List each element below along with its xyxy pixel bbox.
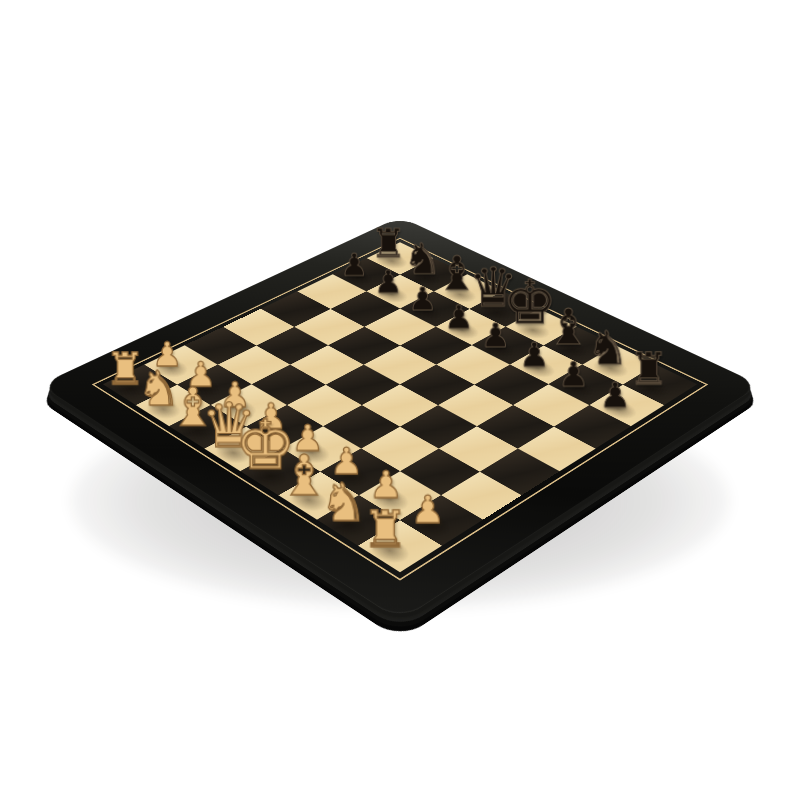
white-knight-g1[interactable]: ♞ bbox=[320, 476, 367, 529]
black-pawn-d7[interactable]: ♟ bbox=[444, 300, 473, 333]
black-pawn-g7[interactable]: ♟ bbox=[559, 357, 590, 391]
black-pawn-f7[interactable]: ♟ bbox=[519, 338, 549, 372]
black-pawn-h7[interactable]: ♟ bbox=[600, 377, 631, 412]
black-rook-a8[interactable]: ♜ bbox=[371, 224, 406, 263]
white-pawn-g2[interactable]: ♟ bbox=[369, 466, 403, 503]
playing-field: ♜♞♝♛♚♝♞♜♟♟♟♟♟♟♟♟♟♟♟♟♟♟♟♟♜♞♝♛♚♝♞♜ bbox=[103, 242, 697, 572]
black-rook-h8[interactable]: ♜ bbox=[629, 347, 669, 391]
black-pawn-e7[interactable]: ♟ bbox=[481, 319, 511, 352]
white-rook-h1[interactable]: ♜ bbox=[363, 504, 408, 554]
black-knight-g8[interactable]: ♞ bbox=[587, 325, 629, 371]
black-pawn-b7[interactable]: ♟ bbox=[374, 266, 402, 297]
black-pawn-a7[interactable]: ♟ bbox=[341, 249, 369, 280]
white-pawn-h2[interactable]: ♟ bbox=[410, 490, 444, 528]
chess-board: ♜♞♝♛♚♝♞♜♟♟♟♟♟♟♟♟♟♟♟♟♟♟♟♟♜♞♝♛♚♝♞♜ bbox=[39, 217, 760, 622]
product-photo-canvas: ♜♞♝♛♚♝♞♜♟♟♟♟♟♟♟♟♟♟♟♟♟♟♟♟♜♞♝♛♚♝♞♜ bbox=[0, 0, 800, 800]
black-pawn-c7[interactable]: ♟ bbox=[409, 283, 438, 315]
black-bishop-f8[interactable]: ♝ bbox=[546, 302, 590, 352]
scene: ♜♞♝♛♚♝♞♜♟♟♟♟♟♟♟♟♟♟♟♟♟♟♟♟♜♞♝♛♚♝♞♜ bbox=[0, 0, 800, 800]
